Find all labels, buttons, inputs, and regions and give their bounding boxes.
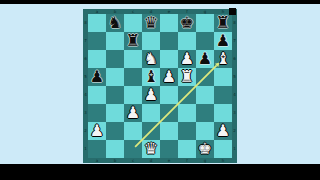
piece-white-pawn-f6[interactable]: ♟ — [180, 50, 194, 68]
rank-label-right-6: 6 — [233, 57, 236, 61]
file-label-bottom-e: e — [168, 159, 170, 163]
file-label-bottom-a: a — [96, 159, 98, 163]
square-c8[interactable] — [124, 14, 142, 32]
square-e7[interactable] — [160, 32, 178, 50]
square-c5[interactable] — [124, 68, 142, 86]
piece-white-queen-d1[interactable]: ♛ — [144, 140, 158, 158]
square-d5[interactable]: ♝ — [142, 68, 160, 86]
square-e8[interactable] — [160, 14, 178, 32]
square-d8[interactable]: ♛ — [142, 14, 160, 32]
square-h7[interactable]: ♟ — [214, 32, 232, 50]
rank-label-right-7: 7 — [233, 39, 236, 43]
app-background: ♞♛♚♜♜♟♞♟♟♝♟♝♟♜♟♟♟♟♛♚ aabbccddeeffgghh887… — [0, 4, 320, 164]
file-label-top-a: a — [96, 10, 98, 14]
file-label-top-d: d — [150, 10, 153, 14]
piece-white-pawn-e5[interactable]: ♟ — [162, 68, 176, 86]
square-b1[interactable] — [106, 140, 124, 158]
square-g1[interactable]: ♚ — [196, 140, 214, 158]
square-f3[interactable] — [178, 104, 196, 122]
rank-label-left-2: 2 — [84, 129, 87, 133]
square-a3[interactable] — [88, 104, 106, 122]
file-label-top-c: c — [132, 10, 134, 14]
piece-black-rook-h8[interactable]: ♜ — [216, 14, 230, 32]
piece-black-pawn-h7[interactable]: ♟ — [216, 32, 230, 50]
square-b6[interactable] — [106, 50, 124, 68]
square-e4[interactable] — [160, 86, 178, 104]
square-a1[interactable] — [88, 140, 106, 158]
file-label-top-e: e — [168, 10, 170, 14]
piece-black-bishop-d5[interactable]: ♝ — [144, 68, 158, 86]
piece-white-bishop-h6[interactable]: ♝ — [216, 50, 230, 68]
square-a2[interactable]: ♟ — [88, 122, 106, 140]
square-h8[interactable]: ♜ — [214, 14, 232, 32]
square-h5[interactable] — [214, 68, 232, 86]
square-b7[interactable] — [106, 32, 124, 50]
file-label-top-h: h — [222, 10, 225, 14]
square-g4[interactable] — [196, 86, 214, 104]
square-b2[interactable] — [106, 122, 124, 140]
square-e1[interactable] — [160, 140, 178, 158]
file-label-bottom-f: f — [186, 159, 187, 163]
square-d2[interactable] — [142, 122, 160, 140]
square-f4[interactable] — [178, 86, 196, 104]
square-c4[interactable] — [124, 86, 142, 104]
file-label-bottom-d: d — [150, 159, 153, 163]
square-h1[interactable] — [214, 140, 232, 158]
file-label-top-f: f — [186, 10, 187, 14]
rank-label-right-3: 3 — [233, 111, 236, 115]
rank-label-right-4: 4 — [233, 93, 236, 97]
piece-black-knight-b8[interactable]: ♞ — [108, 14, 122, 32]
rank-label-left-6: 6 — [84, 57, 87, 61]
square-b4[interactable] — [106, 86, 124, 104]
rank-label-right-8: 8 — [233, 21, 236, 25]
square-b3[interactable] — [106, 104, 124, 122]
square-b5[interactable] — [106, 68, 124, 86]
square-g2[interactable] — [196, 122, 214, 140]
rank-label-right-1: 1 — [233, 147, 236, 151]
side-to-move-marker — [229, 8, 236, 15]
piece-white-rook-f5[interactable]: ♜ — [180, 68, 194, 86]
square-h4[interactable] — [214, 86, 232, 104]
rank-label-left-3: 3 — [84, 111, 87, 115]
square-c2[interactable] — [124, 122, 142, 140]
rank-label-right-2: 2 — [233, 129, 236, 133]
file-label-bottom-c: c — [132, 159, 134, 163]
piece-black-pawn-a5[interactable]: ♟ — [90, 68, 104, 86]
square-d7[interactable] — [142, 32, 160, 50]
file-label-top-g: g — [204, 10, 207, 14]
piece-black-queen-d8[interactable]: ♛ — [144, 14, 158, 32]
rank-label-left-8: 8 — [84, 21, 87, 25]
square-e5[interactable]: ♟ — [160, 68, 178, 86]
square-g6[interactable]: ♟ — [196, 50, 214, 68]
piece-white-knight-d6[interactable]: ♞ — [144, 50, 158, 68]
square-d6[interactable]: ♞ — [142, 50, 160, 68]
file-label-bottom-h: h — [222, 159, 225, 163]
rank-label-left-7: 7 — [84, 39, 87, 43]
square-a4[interactable] — [88, 86, 106, 104]
square-d3[interactable] — [142, 104, 160, 122]
square-f8[interactable]: ♚ — [178, 14, 196, 32]
square-a8[interactable] — [88, 14, 106, 32]
rank-label-left-1: 1 — [84, 147, 87, 151]
rank-label-left-5: 5 — [84, 75, 87, 79]
square-a5[interactable]: ♟ — [88, 68, 106, 86]
square-h2[interactable]: ♟ — [214, 122, 232, 140]
square-f6[interactable]: ♟ — [178, 50, 196, 68]
square-f5[interactable]: ♜ — [178, 68, 196, 86]
file-label-bottom-g: g — [204, 159, 207, 163]
square-h6[interactable]: ♝ — [214, 50, 232, 68]
square-a7[interactable] — [88, 32, 106, 50]
piece-black-rook-c7[interactable]: ♜ — [126, 32, 140, 50]
piece-white-king-g1[interactable]: ♚ — [198, 140, 212, 158]
square-g3[interactable] — [196, 104, 214, 122]
square-c3[interactable]: ♟ — [124, 104, 142, 122]
piece-black-king-f8[interactable]: ♚ — [180, 14, 194, 32]
piece-white-pawn-a2[interactable]: ♟ — [90, 122, 104, 140]
rank-label-left-4: 4 — [84, 93, 87, 97]
piece-white-pawn-d4[interactable]: ♟ — [144, 86, 158, 104]
square-c7[interactable]: ♜ — [124, 32, 142, 50]
square-e3[interactable] — [160, 104, 178, 122]
chess-board: ♞♛♚♜♜♟♞♟♟♝♟♝♟♜♟♟♟♟♛♚ aabbccddeeffgghh887… — [83, 9, 237, 163]
square-h3[interactable] — [214, 104, 232, 122]
square-f2[interactable] — [178, 122, 196, 140]
piece-white-pawn-h2[interactable]: ♟ — [216, 122, 230, 140]
square-d4[interactable]: ♟ — [142, 86, 160, 104]
square-f1[interactable] — [178, 140, 196, 158]
square-c6[interactable] — [124, 50, 142, 68]
screenshot-root: ♞♛♚♜♜♟♞♟♟♝♟♝♟♜♟♟♟♟♛♚ aabbccddeeffgghh887… — [0, 0, 320, 180]
rank-label-right-5: 5 — [233, 75, 236, 79]
square-c1[interactable] — [124, 140, 142, 158]
piece-white-pawn-c3[interactable]: ♟ — [126, 104, 140, 122]
square-a6[interactable] — [88, 50, 106, 68]
piece-black-pawn-g6[interactable]: ♟ — [198, 50, 212, 68]
square-g8[interactable] — [196, 14, 214, 32]
square-e2[interactable] — [160, 122, 178, 140]
square-f7[interactable] — [178, 32, 196, 50]
square-g7[interactable] — [196, 32, 214, 50]
square-e6[interactable] — [160, 50, 178, 68]
square-d1[interactable]: ♛ — [142, 140, 160, 158]
square-g5[interactable] — [196, 68, 214, 86]
file-label-bottom-b: b — [114, 159, 117, 163]
board-squares: ♞♛♚♜♜♟♞♟♟♝♟♝♟♜♟♟♟♟♛♚ — [88, 14, 232, 158]
file-label-top-b: b — [114, 10, 117, 14]
square-b8[interactable]: ♞ — [106, 14, 124, 32]
